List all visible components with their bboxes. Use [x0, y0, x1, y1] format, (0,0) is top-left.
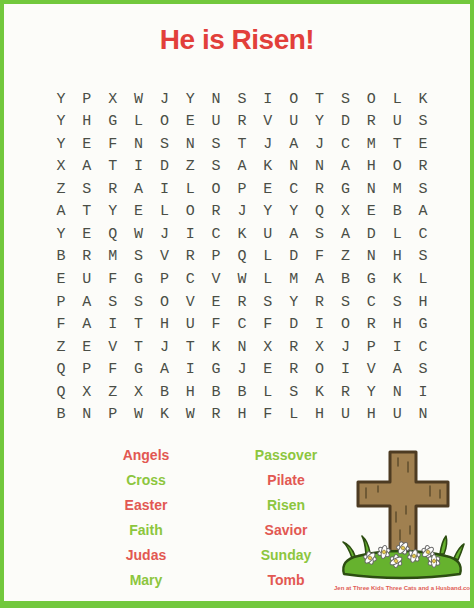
grid-cell-r11c8[interactable]: C: [229, 313, 255, 336]
grid-cell-r5c11[interactable]: R: [307, 178, 333, 201]
grid-cell-r14c13[interactable]: Y: [358, 381, 384, 404]
grid-cell-r10c12[interactable]: S: [333, 291, 359, 314]
grid-cell-r2c12[interactable]: D: [333, 111, 359, 134]
grid-cell-r3c5[interactable]: S: [151, 133, 177, 156]
grid-cell-r4c5[interactable]: D: [151, 156, 177, 179]
grid-cell-r5c8[interactable]: P: [229, 178, 255, 201]
grid-cell-r8c2[interactable]: R: [74, 246, 100, 269]
grid-cell-r13c11[interactable]: O: [307, 358, 333, 381]
grid-cell-r13c3[interactable]: F: [100, 358, 126, 381]
grid-cell-r8c15[interactable]: S: [410, 246, 436, 269]
grid-cell-r15c12[interactable]: U: [333, 403, 359, 426]
grid-cell-r1c5[interactable]: J: [151, 88, 177, 111]
grid-cell-r11c10[interactable]: D: [281, 313, 307, 336]
grid-cell-r3c8[interactable]: T: [229, 133, 255, 156]
grid-cell-r2c2[interactable]: H: [74, 111, 100, 134]
grid-cell-r9c13[interactable]: G: [358, 268, 384, 291]
grid-cell-r10c5[interactable]: O: [151, 291, 177, 314]
grid-cell-r3c3[interactable]: F: [100, 133, 126, 156]
grid-cell-r4c11[interactable]: N: [307, 156, 333, 179]
word-item-cross[interactable]: Cross: [76, 467, 216, 492]
grid-cell-r10c3[interactable]: S: [100, 291, 126, 314]
grid-cell-r10c7[interactable]: E: [203, 291, 229, 314]
grid-cell-r13c5[interactable]: A: [151, 358, 177, 381]
grid-cell-r12c12[interactable]: J: [333, 336, 359, 359]
grid-cell-r4c3[interactable]: T: [100, 156, 126, 179]
grid-cell-r10c6[interactable]: V: [177, 291, 203, 314]
grid-cell-r6c9[interactable]: Y: [255, 201, 281, 224]
grid-cell-r15c3[interactable]: P: [100, 403, 126, 426]
grid-cell-r9c4[interactable]: G: [126, 268, 152, 291]
grid-cell-r5c6[interactable]: L: [177, 178, 203, 201]
grid-cell-r1c4[interactable]: W: [126, 88, 152, 111]
grid-cell-r15c10[interactable]: L: [281, 403, 307, 426]
grid-cell-r11c5[interactable]: H: [151, 313, 177, 336]
grid-cell-r7c14[interactable]: L: [384, 223, 410, 246]
grid-cell-r12c6[interactable]: T: [177, 336, 203, 359]
grid-cell-r7c15[interactable]: C: [410, 223, 436, 246]
credit-text: Jen at Three Kids Three Cats and a Husba…: [334, 585, 470, 591]
grid-cell-r15c9[interactable]: F: [255, 403, 281, 426]
grid-cell-r3c1[interactable]: Y: [48, 133, 74, 156]
grid-cell-r7c6[interactable]: I: [177, 223, 203, 246]
grid-cell-r2c14[interactable]: U: [384, 111, 410, 134]
grid-cell-r11c7[interactable]: F: [203, 313, 229, 336]
word-item-mary[interactable]: Mary: [76, 567, 216, 592]
grid-cell-r4c4[interactable]: I: [126, 156, 152, 179]
grid-cell-r4c2[interactable]: A: [74, 156, 100, 179]
grid-cell-r6c15[interactable]: A: [410, 201, 436, 224]
grid-cell-r14c14[interactable]: N: [384, 381, 410, 404]
grid-cell-r5c1[interactable]: Z: [48, 178, 74, 201]
grid-cell-r10c14[interactable]: S: [384, 291, 410, 314]
grid-cell-r13c8[interactable]: J: [229, 358, 255, 381]
grid-cell-r9c2[interactable]: U: [74, 268, 100, 291]
grid-cell-r9c1[interactable]: E: [48, 268, 74, 291]
grid-cell-r6c4[interactable]: E: [126, 201, 152, 224]
grid-cell-r4c12[interactable]: A: [333, 156, 359, 179]
grid-cell-r6c2[interactable]: T: [74, 201, 100, 224]
word-item-risen[interactable]: Risen: [216, 492, 356, 517]
grid-cell-r14c6[interactable]: H: [177, 381, 203, 404]
grid-cell-r7c8[interactable]: K: [229, 223, 255, 246]
grid-cell-r1c14[interactable]: L: [384, 88, 410, 111]
grid-cell-r7c10[interactable]: A: [281, 223, 307, 246]
grid-cell-r11c1[interactable]: F: [48, 313, 74, 336]
grid-cell-r11c9[interactable]: F: [255, 313, 281, 336]
grid-cell-r9c9[interactable]: L: [255, 268, 281, 291]
grid-cell-r5c15[interactable]: S: [410, 178, 436, 201]
grid-cell-r13c6[interactable]: I: [177, 358, 203, 381]
grid-cell-r10c4[interactable]: S: [126, 291, 152, 314]
grid-cell-r11c3[interactable]: I: [100, 313, 126, 336]
grid-cell-r3c7[interactable]: S: [203, 133, 229, 156]
grid-cell-r15c8[interactable]: H: [229, 403, 255, 426]
grid-cell-r15c14[interactable]: U: [384, 403, 410, 426]
grid-cell-r13c4[interactable]: G: [126, 358, 152, 381]
grid-cell-r2c8[interactable]: R: [229, 111, 255, 134]
grid-cell-r1c6[interactable]: Y: [177, 88, 203, 111]
grid-cell-r4c13[interactable]: H: [358, 156, 384, 179]
grid-cell-r9c5[interactable]: P: [151, 268, 177, 291]
grid-cell-r5c9[interactable]: E: [255, 178, 281, 201]
word-item-pilate[interactable]: Pilate: [216, 467, 356, 492]
page-title: He is Risen!: [4, 24, 470, 56]
grid-cell-r1c7[interactable]: N: [203, 88, 229, 111]
grid-cell-r14c10[interactable]: S: [281, 381, 307, 404]
grid-cell-r3c9[interactable]: J: [255, 133, 281, 156]
grid-cell-r11c13[interactable]: R: [358, 313, 384, 336]
word-search-grid: YPXWJYNSIOTSOLKYHGLOEURVUYDRUSYEFNSNSTJA…: [48, 88, 436, 426]
grid-cell-r8c7[interactable]: P: [203, 246, 229, 269]
grid-cell-r11c15[interactable]: G: [410, 313, 436, 336]
cross-illustration: [336, 442, 468, 582]
word-item-passover[interactable]: Passover: [216, 442, 356, 467]
grid-cell-r9c11[interactable]: A: [307, 268, 333, 291]
grid-cell-r5c5[interactable]: I: [151, 178, 177, 201]
grid-cell-r14c12[interactable]: R: [333, 381, 359, 404]
grid-cell-r12c11[interactable]: X: [307, 336, 333, 359]
grid-cell-r1c3[interactable]: X: [100, 88, 126, 111]
grid-cell-r15c13[interactable]: H: [358, 403, 384, 426]
grid-cell-r12c9[interactable]: X: [255, 336, 281, 359]
grid-cell-r4c1[interactable]: X: [48, 156, 74, 179]
grid-cell-r8c1[interactable]: B: [48, 246, 74, 269]
grid-cell-r15c2[interactable]: N: [74, 403, 100, 426]
grid-cell-r3c10[interactable]: A: [281, 133, 307, 156]
grid-cell-r14c2[interactable]: X: [74, 381, 100, 404]
grid-cell-r14c15[interactable]: I: [410, 381, 436, 404]
grid-cell-r4c7[interactable]: S: [203, 156, 229, 179]
grid-cell-r8c13[interactable]: N: [358, 246, 384, 269]
grid-cell-r7c5[interactable]: J: [151, 223, 177, 246]
grid-cell-r13c10[interactable]: R: [281, 358, 307, 381]
grid-cell-r10c9[interactable]: S: [255, 291, 281, 314]
grid-cell-r2c9[interactable]: V: [255, 111, 281, 134]
grid-cell-r2c11[interactable]: Y: [307, 111, 333, 134]
grid-cell-r11c6[interactable]: U: [177, 313, 203, 336]
grid-cell-r1c1[interactable]: Y: [48, 88, 74, 111]
grid-cell-r12c4[interactable]: T: [126, 336, 152, 359]
grid-cell-r15c7[interactable]: R: [203, 403, 229, 426]
grid-cell-r8c4[interactable]: S: [126, 246, 152, 269]
grid-cell-r9c15[interactable]: L: [410, 268, 436, 291]
grid-cell-r9c14[interactable]: K: [384, 268, 410, 291]
grid-cell-r4c14[interactable]: O: [384, 156, 410, 179]
grid-cell-r14c3[interactable]: Z: [100, 381, 126, 404]
grid-cell-r1c13[interactable]: O: [358, 88, 384, 111]
word-item-easter[interactable]: Easter: [76, 492, 216, 517]
grid-cell-r1c8[interactable]: S: [229, 88, 255, 111]
grid-cell-r9c7[interactable]: V: [203, 268, 229, 291]
grid-cell-r2c15[interactable]: S: [410, 111, 436, 134]
grid-cell-r11c2[interactable]: A: [74, 313, 100, 336]
grid-cell-r10c1[interactable]: P: [48, 291, 74, 314]
grid-cell-r12c10[interactable]: R: [281, 336, 307, 359]
grid-cell-r6c3[interactable]: Y: [100, 201, 126, 224]
grid-cell-r2c6[interactable]: E: [177, 111, 203, 134]
grid-cell-r12c3[interactable]: V: [100, 336, 126, 359]
grid-cell-r6c6[interactable]: O: [177, 201, 203, 224]
grid-cell-r8c5[interactable]: V: [151, 246, 177, 269]
grid-cell-r8c8[interactable]: Q: [229, 246, 255, 269]
grid-cell-r5c4[interactable]: A: [126, 178, 152, 201]
grid-cell-r1c10[interactable]: O: [281, 88, 307, 111]
grid-cell-r8c11[interactable]: F: [307, 246, 333, 269]
grid-cell-r3c13[interactable]: M: [358, 133, 384, 156]
grid-cell-r12c14[interactable]: I: [384, 336, 410, 359]
grid-cell-r14c9[interactable]: L: [255, 381, 281, 404]
grid-cell-r7c7[interactable]: C: [203, 223, 229, 246]
grid-cell-r6c14[interactable]: B: [384, 201, 410, 224]
grid-cell-r12c2[interactable]: E: [74, 336, 100, 359]
grid-cell-r8c14[interactable]: H: [384, 246, 410, 269]
word-item-angels[interactable]: Angels: [76, 442, 216, 467]
grid-cell-r8c9[interactable]: L: [255, 246, 281, 269]
grid-cell-r13c1[interactable]: Q: [48, 358, 74, 381]
grid-cell-r7c13[interactable]: D: [358, 223, 384, 246]
grid-cell-r2c3[interactable]: G: [100, 111, 126, 134]
word-list-column-1: AngelsCrossEasterFaithJudasMary: [76, 442, 216, 592]
word-item-sunday[interactable]: Sunday: [216, 542, 356, 567]
grid-cell-r10c8[interactable]: R: [229, 291, 255, 314]
grid-cell-r14c5[interactable]: B: [151, 381, 177, 404]
grid-cell-r3c4[interactable]: N: [126, 133, 152, 156]
grid-cell-r9c6[interactable]: C: [177, 268, 203, 291]
grid-cell-r3c14[interactable]: T: [384, 133, 410, 156]
grid-cell-r12c15[interactable]: C: [410, 336, 436, 359]
cross-icon: [336, 442, 468, 582]
grid-cell-r14c4[interactable]: X: [126, 381, 152, 404]
grid-cell-r7c1[interactable]: Y: [48, 223, 74, 246]
grid-cell-r15c5[interactable]: K: [151, 403, 177, 426]
grid-cell-r4c10[interactable]: N: [281, 156, 307, 179]
grid-cell-r11c12[interactable]: O: [333, 313, 359, 336]
grid-cell-r8c6[interactable]: R: [177, 246, 203, 269]
word-list-column-2: PassoverPilateRisenSaviorSundayTomb: [216, 442, 356, 592]
grid-cell-r1c11[interactable]: T: [307, 88, 333, 111]
grid-cell-r7c11[interactable]: S: [307, 223, 333, 246]
grid-cell-r13c2[interactable]: P: [74, 358, 100, 381]
grid-cell-r5c3[interactable]: R: [100, 178, 126, 201]
grid-cell-r3c12[interactable]: C: [333, 133, 359, 156]
grid-cell-r12c13[interactable]: P: [358, 336, 384, 359]
grid-cell-r10c13[interactable]: C: [358, 291, 384, 314]
grid-cell-r14c11[interactable]: K: [307, 381, 333, 404]
grid-cell-r13c9[interactable]: E: [255, 358, 281, 381]
grid-cell-r3c11[interactable]: J: [307, 133, 333, 156]
grid-cell-r6c8[interactable]: J: [229, 201, 255, 224]
word-item-faith[interactable]: Faith: [76, 517, 216, 542]
grid-cell-r15c15[interactable]: N: [410, 403, 436, 426]
grid-cell-r13c12[interactable]: I: [333, 358, 359, 381]
grid-cell-r14c1[interactable]: Q: [48, 381, 74, 404]
grid-cell-r14c8[interactable]: B: [229, 381, 255, 404]
grid-cell-r12c8[interactable]: N: [229, 336, 255, 359]
grid-cell-r1c12[interactable]: S: [333, 88, 359, 111]
grid-cell-r9c12[interactable]: B: [333, 268, 359, 291]
grid-cell-r5c13[interactable]: N: [358, 178, 384, 201]
grid-cell-r5c12[interactable]: G: [333, 178, 359, 201]
grid-cell-r2c7[interactable]: U: [203, 111, 229, 134]
word-item-savior[interactable]: Savior: [216, 517, 356, 542]
grid-cell-r3c15[interactable]: E: [410, 133, 436, 156]
grid-cell-r6c1[interactable]: A: [48, 201, 74, 224]
grid-cell-r7c2[interactable]: E: [74, 223, 100, 246]
grid-cell-r7c3[interactable]: Q: [100, 223, 126, 246]
grid-cell-r10c15[interactable]: H: [410, 291, 436, 314]
grid-cell-r9c8[interactable]: W: [229, 268, 255, 291]
grid-cell-r5c10[interactable]: C: [281, 178, 307, 201]
grid-cell-r5c2[interactable]: S: [74, 178, 100, 201]
grid-cell-r12c1[interactable]: Z: [48, 336, 74, 359]
grid-cell-r1c15[interactable]: K: [410, 88, 436, 111]
grid-cell-r6c7[interactable]: R: [203, 201, 229, 224]
grid-cell-r8c12[interactable]: Z: [333, 246, 359, 269]
grid-cell-r6c5[interactable]: L: [151, 201, 177, 224]
grid-cell-r6c11[interactable]: Q: [307, 201, 333, 224]
grid-cell-r5c7[interactable]: O: [203, 178, 229, 201]
grid-cell-r4c15[interactable]: R: [410, 156, 436, 179]
word-list: AngelsCrossEasterFaithJudasMary Passover…: [76, 442, 356, 592]
grid-cell-r7c9[interactable]: U: [255, 223, 281, 246]
grid-cell-r13c13[interactable]: V: [358, 358, 384, 381]
grid-cell-r2c4[interactable]: L: [126, 111, 152, 134]
grid-cell-r10c10[interactable]: Y: [281, 291, 307, 314]
grid-cell-r7c12[interactable]: A: [333, 223, 359, 246]
grid-cell-r4c8[interactable]: A: [229, 156, 255, 179]
grid-cell-r11c11[interactable]: I: [307, 313, 333, 336]
grid-cell-r6c13[interactable]: E: [358, 201, 384, 224]
grid-cell-r15c4[interactable]: W: [126, 403, 152, 426]
grid-cell-r14c7[interactable]: B: [203, 381, 229, 404]
grid-cell-r4c6[interactable]: Z: [177, 156, 203, 179]
grid-cell-r3c6[interactable]: N: [177, 133, 203, 156]
grid-cell-r2c10[interactable]: U: [281, 111, 307, 134]
grid-cell-r6c12[interactable]: X: [333, 201, 359, 224]
grid-cell-r13c7[interactable]: G: [203, 358, 229, 381]
grid-cell-r12c5[interactable]: J: [151, 336, 177, 359]
grid-cell-r13c15[interactable]: S: [410, 358, 436, 381]
grid-cell-r11c14[interactable]: H: [384, 313, 410, 336]
grid-cell-r1c2[interactable]: P: [74, 88, 100, 111]
worksheet-page: He is Risen! YPXWJYNSIOTSOLKYHGLOEURVUYD…: [0, 0, 474, 608]
grid-cell-r15c6[interactable]: W: [177, 403, 203, 426]
grid-cell-r6c10[interactable]: Y: [281, 201, 307, 224]
grid-cell-r11c4[interactable]: T: [126, 313, 152, 336]
grid-cell-r12c7[interactable]: K: [203, 336, 229, 359]
grid-cell-r9c3[interactable]: F: [100, 268, 126, 291]
grid-cell-r15c1[interactable]: B: [48, 403, 74, 426]
grid-cell-r13c14[interactable]: A: [384, 358, 410, 381]
grid-cell-r3c2[interactable]: E: [74, 133, 100, 156]
grid-cell-r2c13[interactable]: R: [358, 111, 384, 134]
grid-cell-r5c14[interactable]: M: [384, 178, 410, 201]
grid-cell-r8c3[interactable]: M: [100, 246, 126, 269]
grid-cell-r8c10[interactable]: D: [281, 246, 307, 269]
grid-cell-r15c11[interactable]: H: [307, 403, 333, 426]
grid-cell-r2c5[interactable]: O: [151, 111, 177, 134]
grid-cell-r7c4[interactable]: W: [126, 223, 152, 246]
grid-cell-r4c9[interactable]: K: [255, 156, 281, 179]
word-item-judas[interactable]: Judas: [76, 542, 216, 567]
grid-cell-r9c10[interactable]: M: [281, 268, 307, 291]
grid-cell-r1c9[interactable]: I: [255, 88, 281, 111]
grid-cell-r2c1[interactable]: Y: [48, 111, 74, 134]
grid-cell-r10c11[interactable]: R: [307, 291, 333, 314]
grid-cell-r10c2[interactable]: A: [74, 291, 100, 314]
